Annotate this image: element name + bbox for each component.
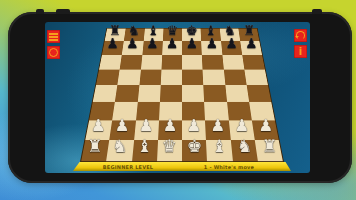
board-square[interactable] [182, 102, 205, 120]
board-square[interactable] [240, 41, 262, 55]
board-square[interactable] [252, 120, 279, 140]
board-square[interactable] [223, 69, 246, 85]
board-base-status-bar: BEGINNER LEVEL 1 - White's move [73, 162, 291, 171]
app-screen: BEGINNER LEVEL 1 - White's move ♜♞♝♛♚♝♞♜… [45, 22, 310, 173]
board-square[interactable] [96, 69, 120, 85]
board-grid [81, 29, 283, 162]
board-square[interactable] [102, 41, 124, 55]
board-square[interactable] [249, 102, 275, 120]
board-square[interactable] [105, 29, 126, 42]
rotate-icon [49, 48, 58, 57]
board-square[interactable] [244, 69, 268, 85]
board-square[interactable] [246, 85, 271, 102]
board-square[interactable] [227, 102, 252, 120]
board-square[interactable] [222, 55, 244, 70]
info-button[interactable]: i [294, 45, 307, 58]
board-square[interactable] [228, 120, 254, 140]
board-square[interactable] [112, 102, 137, 120]
screenshot-stage: BEGINNER LEVEL 1 - White's move ♜♞♝♛♚♝♞♜… [0, 0, 356, 200]
rotate-board-button[interactable] [47, 46, 60, 59]
move-status-label: 1 - White's move [195, 164, 263, 170]
board-square[interactable] [141, 55, 162, 70]
undo-arrow-icon [296, 31, 305, 40]
board-square[interactable] [162, 41, 182, 55]
board-square[interactable] [157, 140, 182, 161]
board-square[interactable] [136, 102, 160, 120]
board-square[interactable] [142, 41, 163, 55]
board-square[interactable] [163, 29, 182, 42]
board-square[interactable] [132, 140, 158, 161]
board-square[interactable] [205, 120, 230, 140]
board-square[interactable] [122, 41, 143, 55]
board-square[interactable] [202, 55, 223, 70]
board-square[interactable] [161, 55, 182, 70]
board-square[interactable] [221, 41, 242, 55]
phone-power-bump [312, 9, 322, 14]
board-square[interactable] [203, 85, 226, 102]
board-square[interactable] [158, 120, 182, 140]
board-square[interactable] [182, 120, 206, 140]
board-square[interactable] [225, 85, 249, 102]
level-label: BEGINNER LEVEL [97, 164, 159, 170]
hamburger-icon [49, 33, 58, 41]
board-square[interactable] [206, 140, 232, 161]
board-square[interactable] [204, 102, 228, 120]
board-square[interactable] [161, 69, 182, 85]
board-square[interactable] [89, 102, 115, 120]
board-square[interactable] [139, 69, 161, 85]
board-square[interactable] [182, 69, 203, 85]
board-square[interactable] [85, 120, 112, 140]
board-square[interactable] [93, 85, 118, 102]
board-square[interactable] [160, 85, 182, 102]
board-square[interactable] [143, 29, 163, 42]
board-square[interactable] [230, 140, 257, 161]
board-square[interactable] [115, 85, 139, 102]
board-square[interactable] [182, 85, 204, 102]
board-square[interactable] [182, 55, 203, 70]
board-square[interactable] [254, 140, 282, 161]
board-square[interactable] [99, 55, 122, 70]
board-square[interactable] [110, 120, 136, 140]
board-square[interactable] [182, 140, 207, 161]
board-square[interactable] [219, 29, 240, 42]
board-square[interactable] [134, 120, 159, 140]
board-square[interactable] [124, 29, 145, 42]
board-square[interactable] [238, 29, 259, 42]
board-square[interactable] [242, 55, 265, 70]
board-square[interactable] [137, 85, 160, 102]
chess-board[interactable] [80, 28, 284, 162]
phone-mockup: BEGINNER LEVEL 1 - White's move ♜♞♝♛♚♝♞♜… [8, 12, 352, 183]
info-icon: i [299, 47, 302, 57]
undo-button[interactable] [294, 29, 307, 42]
board-square[interactable] [120, 55, 142, 70]
board-square[interactable] [159, 102, 182, 120]
board-square[interactable] [106, 140, 133, 161]
board-square[interactable] [201, 41, 222, 55]
board-square[interactable] [201, 29, 221, 42]
phone-button-bump [56, 9, 70, 14]
menu-button[interactable] [47, 30, 60, 43]
board-square[interactable] [182, 29, 201, 42]
board-square[interactable] [182, 41, 202, 55]
board-square[interactable] [81, 140, 109, 161]
board-square[interactable] [118, 69, 141, 85]
phone-button-bump [36, 9, 44, 14]
board-square[interactable] [203, 69, 225, 85]
